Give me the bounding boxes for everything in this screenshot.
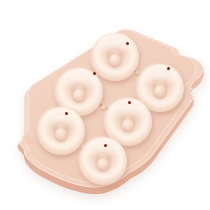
center-nub (97, 158, 109, 170)
donut-cavity (37, 107, 85, 155)
vent-dot (126, 42, 129, 45)
center-nub (55, 128, 67, 140)
vent-dot (167, 67, 170, 70)
center-nub (154, 85, 166, 97)
donut-cavity (91, 33, 139, 81)
vent-dot (93, 72, 96, 75)
center-nub (122, 119, 134, 131)
vent-dot (65, 112, 68, 115)
vent-dot (128, 101, 131, 104)
center-nub (109, 54, 121, 66)
center-nub (73, 89, 85, 101)
groove-nub (101, 105, 106, 110)
vent-dot (104, 144, 107, 147)
donut-cavity (79, 137, 127, 185)
product-image (0, 0, 210, 210)
